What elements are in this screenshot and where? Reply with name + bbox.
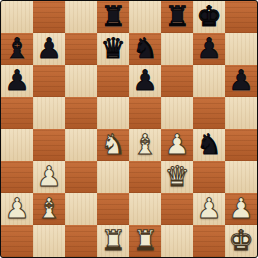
square-c5[interactable] [65,97,97,129]
square-e8[interactable] [129,1,161,33]
square-f5[interactable] [161,97,193,129]
piece-black-rook[interactable]: ♜ [161,1,193,33]
square-d4[interactable]: ♞ [97,129,129,161]
piece-black-pawn[interactable]: ♟ [129,65,161,97]
square-h4[interactable] [225,129,257,161]
square-g6[interactable] [193,65,225,97]
square-b1[interactable] [33,225,65,257]
square-a2[interactable]: ♟ [1,193,33,225]
square-g5[interactable] [193,97,225,129]
square-d2[interactable] [97,193,129,225]
piece-white-queen[interactable]: ♛ [161,161,193,193]
square-c2[interactable] [65,193,97,225]
square-b3[interactable]: ♟ [33,161,65,193]
piece-black-rook[interactable]: ♜ [97,1,129,33]
square-b5[interactable] [33,97,65,129]
square-d5[interactable] [97,97,129,129]
chess-board: ♜♜♚♝♟♛♞♟♟♟♟♞♝♟♞♟♛♟♝♟♟♜♜♚ [1,1,257,257]
square-a7[interactable]: ♝ [1,33,33,65]
piece-black-bishop[interactable]: ♝ [1,33,33,65]
square-b8[interactable] [33,1,65,33]
square-h5[interactable] [225,97,257,129]
piece-white-bishop[interactable]: ♝ [129,129,161,161]
square-g4[interactable]: ♞ [193,129,225,161]
piece-white-pawn[interactable]: ♟ [33,161,65,193]
square-d8[interactable]: ♜ [97,1,129,33]
square-c7[interactable] [65,33,97,65]
square-d1[interactable]: ♜ [97,225,129,257]
piece-white-rook[interactable]: ♜ [97,225,129,257]
square-f8[interactable]: ♜ [161,1,193,33]
square-e4[interactable]: ♝ [129,129,161,161]
piece-black-pawn[interactable]: ♟ [225,65,257,97]
square-f1[interactable] [161,225,193,257]
square-h1[interactable]: ♚ [225,225,257,257]
piece-white-pawn[interactable]: ♟ [1,193,33,225]
square-b2[interactable]: ♝ [33,193,65,225]
square-a4[interactable] [1,129,33,161]
square-a1[interactable] [1,225,33,257]
square-h2[interactable]: ♟ [225,193,257,225]
square-h8[interactable] [225,1,257,33]
square-f6[interactable] [161,65,193,97]
piece-black-king[interactable]: ♚ [193,1,225,33]
piece-white-king[interactable]: ♚ [225,225,257,257]
square-f4[interactable]: ♟ [161,129,193,161]
square-f2[interactable] [161,193,193,225]
square-d7[interactable]: ♛ [97,33,129,65]
square-a6[interactable]: ♟ [1,65,33,97]
square-h6[interactable]: ♟ [225,65,257,97]
piece-white-pawn[interactable]: ♟ [225,193,257,225]
piece-black-knight[interactable]: ♞ [129,33,161,65]
square-f3[interactable]: ♛ [161,161,193,193]
square-f7[interactable] [161,33,193,65]
square-g3[interactable] [193,161,225,193]
square-e7[interactable]: ♞ [129,33,161,65]
square-b7[interactable]: ♟ [33,33,65,65]
square-b6[interactable] [33,65,65,97]
square-d3[interactable] [97,161,129,193]
square-e1[interactable]: ♜ [129,225,161,257]
square-c1[interactable] [65,225,97,257]
square-e2[interactable] [129,193,161,225]
square-b4[interactable] [33,129,65,161]
square-h3[interactable] [225,161,257,193]
square-e5[interactable] [129,97,161,129]
square-a8[interactable] [1,1,33,33]
square-g7[interactable]: ♟ [193,33,225,65]
square-d6[interactable] [97,65,129,97]
piece-black-pawn[interactable]: ♟ [33,33,65,65]
square-g1[interactable] [193,225,225,257]
piece-black-knight[interactable]: ♞ [193,129,225,161]
piece-white-knight[interactable]: ♞ [97,129,129,161]
piece-white-pawn[interactable]: ♟ [193,193,225,225]
piece-white-pawn[interactable]: ♟ [161,129,193,161]
square-g2[interactable]: ♟ [193,193,225,225]
square-e3[interactable] [129,161,161,193]
square-h7[interactable] [225,33,257,65]
square-g8[interactable]: ♚ [193,1,225,33]
square-c8[interactable] [65,1,97,33]
square-a5[interactable] [1,97,33,129]
square-c4[interactable] [65,129,97,161]
piece-black-pawn[interactable]: ♟ [1,65,33,97]
piece-white-rook[interactable]: ♜ [129,225,161,257]
piece-black-pawn[interactable]: ♟ [193,33,225,65]
piece-black-queen[interactable]: ♛ [97,33,129,65]
square-e6[interactable]: ♟ [129,65,161,97]
square-a3[interactable] [1,161,33,193]
chess-board-frame: ♜♜♚♝♟♛♞♟♟♟♟♞♝♟♞♟♛♟♝♟♟♜♜♚ [0,0,258,258]
piece-white-bishop[interactable]: ♝ [33,193,65,225]
square-c3[interactable] [65,161,97,193]
square-c6[interactable] [65,65,97,97]
